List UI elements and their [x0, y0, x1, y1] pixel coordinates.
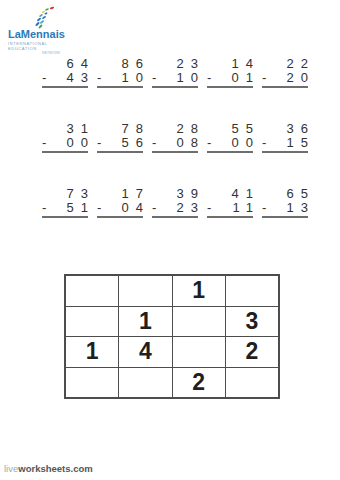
grid-cell-r3c4: 2 — [226, 337, 278, 367]
subtrahend: 01 — [232, 71, 260, 85]
answer-line[interactable] — [152, 151, 198, 153]
subtrahend: 15 — [287, 136, 315, 150]
answer-line[interactable] — [262, 86, 308, 88]
minuend: 65 — [262, 187, 308, 201]
minuend: 14 — [207, 57, 253, 71]
problem-78-56: 78 -56 — [97, 122, 143, 154]
subtrahend: 13 — [287, 201, 315, 215]
minuend: 64 — [42, 57, 88, 71]
minuend: 17 — [97, 187, 143, 201]
minus-sign: - — [152, 71, 156, 85]
problem-41-11: 41 -11 — [207, 187, 253, 219]
subtrahend: 10 — [177, 71, 205, 85]
minuend: 73 — [42, 187, 88, 201]
minuend: 39 — [152, 187, 198, 201]
minus-sign: - — [42, 136, 46, 150]
grid-cell-r1c3: 1 — [173, 276, 225, 306]
school-logo: LaMennais INTERNATIONAL EDUCATION NETWOR… — [8, 5, 72, 55]
minus-sign: - — [97, 201, 101, 215]
answer-line[interactable] — [207, 151, 253, 153]
subtrahend: 08 — [177, 136, 205, 150]
problem-23-10: 23 -10 — [152, 57, 198, 89]
minuend: 22 — [262, 57, 308, 71]
minus-sign: - — [42, 71, 46, 85]
feather-logo-icon — [28, 5, 60, 29]
minuend: 86 — [97, 57, 143, 71]
subtrahend: 10 — [122, 71, 150, 85]
minus-sign: - — [207, 71, 211, 85]
grid-cell-r2c4: 3 — [226, 307, 278, 337]
problem-31-00: 31 -00 — [42, 122, 88, 154]
grid-cell-r1c1[interactable] — [66, 276, 118, 306]
minuend: 41 — [207, 187, 253, 201]
grid-cell-r4c1[interactable] — [66, 368, 118, 398]
subtrahend: 04 — [122, 201, 150, 215]
answer-line[interactable] — [152, 86, 198, 88]
footer-live: live — [4, 463, 18, 474]
minuend: 23 — [152, 57, 198, 71]
minus-sign: - — [262, 136, 266, 150]
answer-line[interactable] — [262, 216, 308, 218]
problem-36-15: 36 -15 — [262, 122, 308, 154]
minus-sign: - — [207, 136, 211, 150]
grid-cell-r3c1: 1 — [66, 337, 118, 367]
grid-cell-r2c1[interactable] — [66, 307, 118, 337]
grid-cell-r3c3[interactable] — [173, 337, 225, 367]
problem-row-2: 31 -00 78 -56 28 -08 55 -00 36 -15 — [42, 122, 308, 154]
problem-22-20: 22 -20 — [262, 57, 308, 89]
minuend: 55 — [207, 122, 253, 136]
minuend: 78 — [97, 122, 143, 136]
minus-sign: - — [262, 71, 266, 85]
footer-watermark: liveworksheets.com — [4, 463, 93, 474]
answer-line[interactable] — [207, 216, 253, 218]
problem-28-08: 28 -08 — [152, 122, 198, 154]
minus-sign: - — [97, 71, 101, 85]
problem-64-43: 64 -43 — [42, 57, 88, 89]
logo-subtitle-line1: INTERNATIONAL EDUCATION — [8, 41, 72, 51]
subtrahend: 11 — [233, 201, 261, 215]
grid-cell-r2c2: 1 — [119, 307, 171, 337]
logo-subtitle-line2: NETWORK — [8, 51, 60, 55]
minus-sign: - — [262, 201, 266, 215]
grid-cell-r4c2[interactable] — [119, 368, 171, 398]
minus-sign: - — [152, 201, 156, 215]
problem-17-04: 17 -04 — [97, 187, 143, 219]
problem-73-51: 73 -51 — [42, 187, 88, 219]
subtrahend: 51 — [67, 201, 95, 215]
minuend: 31 — [42, 122, 88, 136]
minus-sign: - — [97, 136, 101, 150]
subtrahend: 00 — [67, 136, 95, 150]
subtrahend: 20 — [287, 71, 315, 85]
grid-cell-r1c2[interactable] — [119, 276, 171, 306]
subtraction-problems: 64 -43 86 -10 23 -10 14 -01 22 -20 31 -0… — [42, 57, 308, 252]
subtrahend: 43 — [67, 71, 95, 85]
sudoku-grid: 1 1 3 1 4 2 2 — [64, 274, 280, 399]
answer-line[interactable] — [97, 151, 143, 153]
answer-line[interactable] — [152, 216, 198, 218]
logo-brand-text: LaMennais — [8, 29, 72, 40]
grid-cell-r3c2: 4 — [119, 337, 171, 367]
problem-row-3: 73 -51 17 -04 39 -23 41 -11 65 -13 — [42, 187, 308, 219]
problem-55-00: 55 -00 — [207, 122, 253, 154]
problem-86-10: 86 -10 — [97, 57, 143, 89]
grid-cell-r4c4[interactable] — [226, 368, 278, 398]
problem-65-13: 65 -13 — [262, 187, 308, 219]
subtrahend: 00 — [232, 136, 260, 150]
problem-row-1: 64 -43 86 -10 23 -10 14 -01 22 -20 — [42, 57, 308, 89]
answer-line[interactable] — [262, 151, 308, 153]
subtrahend: 56 — [122, 136, 150, 150]
minus-sign: - — [207, 201, 211, 215]
answer-line[interactable] — [97, 216, 143, 218]
answer-line[interactable] — [207, 86, 253, 88]
minuend: 36 — [262, 122, 308, 136]
grid-cell-r1c4[interactable] — [226, 276, 278, 306]
subtrahend: 23 — [177, 201, 205, 215]
footer-worksheets: worksheets.com — [18, 463, 92, 474]
answer-line[interactable] — [42, 151, 88, 153]
minuend: 28 — [152, 122, 198, 136]
minus-sign: - — [42, 201, 46, 215]
grid-cell-r4c3: 2 — [173, 368, 225, 398]
answer-line[interactable] — [42, 216, 88, 218]
problem-14-01: 14 -01 — [207, 57, 253, 89]
grid-cell-r2c3[interactable] — [173, 307, 225, 337]
answer-line[interactable] — [97, 86, 143, 88]
minus-sign: - — [152, 136, 156, 150]
problem-39-23: 39 -23 — [152, 187, 198, 219]
answer-line[interactable] — [42, 86, 88, 88]
